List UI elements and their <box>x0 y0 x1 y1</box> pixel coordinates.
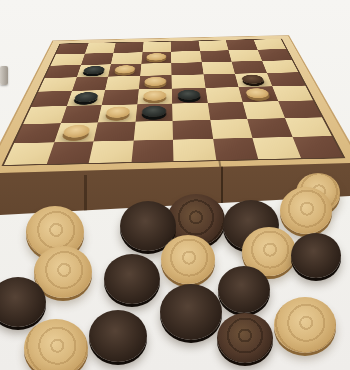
square-h1[interactable] <box>253 39 286 50</box>
square-b6[interactable] <box>61 105 102 123</box>
square-f5[interactable] <box>205 87 242 103</box>
square-f6[interactable] <box>207 102 247 120</box>
square-f2[interactable] <box>200 50 232 62</box>
checker-piece-brown[interactable] <box>241 75 265 84</box>
square-c2[interactable] <box>111 52 142 64</box>
pile-piece-light[interactable] <box>24 319 88 370</box>
square-d7[interactable] <box>133 121 173 141</box>
square-b4[interactable] <box>72 77 108 91</box>
pile-piece-black[interactable] <box>160 284 222 340</box>
checker-piece-light[interactable] <box>144 77 166 86</box>
product-photo-scene <box>0 0 350 370</box>
checker-piece-dark[interactable] <box>178 90 201 100</box>
square-d3[interactable] <box>140 63 172 76</box>
checker-piece-dark[interactable] <box>142 106 166 118</box>
square-b5[interactable] <box>66 90 105 106</box>
checker-piece-light[interactable] <box>245 88 271 98</box>
square-c7[interactable] <box>94 121 136 141</box>
pile-piece-light[interactable] <box>274 297 336 353</box>
square-g2[interactable] <box>229 50 262 62</box>
square-g3[interactable] <box>232 61 267 74</box>
square-e4[interactable] <box>172 74 206 88</box>
square-h6[interactable] <box>278 100 322 118</box>
square-d4[interactable] <box>138 75 171 89</box>
square-a2[interactable] <box>51 54 85 66</box>
square-d6[interactable] <box>135 104 172 122</box>
square-c6[interactable] <box>98 104 137 122</box>
square-c8[interactable] <box>89 140 134 163</box>
square-a4[interactable] <box>38 77 76 91</box>
square-h8[interactable] <box>292 136 343 158</box>
square-c1[interactable] <box>113 42 143 53</box>
square-a3[interactable] <box>45 65 81 78</box>
square-e5[interactable] <box>172 88 208 104</box>
square-d2[interactable] <box>141 52 171 64</box>
square-h3[interactable] <box>262 60 299 73</box>
checker-piece-dark[interactable] <box>83 66 106 75</box>
pile-piece-brown[interactable] <box>217 313 273 363</box>
checker-piece-light[interactable] <box>114 65 136 74</box>
square-h5[interactable] <box>272 86 313 102</box>
square-g4[interactable] <box>235 73 272 87</box>
square-f8[interactable] <box>213 138 259 160</box>
square-b8[interactable] <box>46 141 93 164</box>
square-c3[interactable] <box>108 64 141 77</box>
checker-piece-light[interactable] <box>146 53 166 61</box>
square-e8[interactable] <box>173 139 216 161</box>
square-h7[interactable] <box>285 117 332 137</box>
square-f4[interactable] <box>203 74 238 88</box>
square-b2[interactable] <box>81 53 114 65</box>
square-a5[interactable] <box>31 91 72 107</box>
pile-piece-light[interactable] <box>161 235 215 284</box>
square-h2[interactable] <box>257 49 292 61</box>
square-e1[interactable] <box>171 41 200 52</box>
box-front-joint-shadow <box>84 175 87 215</box>
pile-piece-light[interactable] <box>280 187 332 234</box>
square-f7[interactable] <box>210 119 252 139</box>
checker-piece-light[interactable] <box>105 107 131 119</box>
checker-piece-light[interactable] <box>62 125 91 138</box>
square-b3[interactable] <box>76 64 110 77</box>
square-g1[interactable] <box>226 40 258 51</box>
square-f3[interactable] <box>201 61 234 74</box>
square-c5[interactable] <box>102 89 139 105</box>
square-d8[interactable] <box>131 140 173 163</box>
square-e7[interactable] <box>173 120 213 140</box>
pile-piece-black[interactable] <box>89 310 147 362</box>
square-c4[interactable] <box>105 76 140 90</box>
checker-piece-light[interactable] <box>143 90 166 100</box>
square-e3[interactable] <box>171 62 203 75</box>
square-h4[interactable] <box>267 72 306 86</box>
checkers-board-frame <box>0 35 350 174</box>
checkers-board <box>1 39 345 167</box>
square-d1[interactable] <box>142 42 171 53</box>
square-f1[interactable] <box>198 40 228 51</box>
square-e2[interactable] <box>171 51 201 63</box>
checker-piece-dark[interactable] <box>74 92 99 102</box>
pile-piece-black[interactable] <box>104 254 160 304</box>
square-e6[interactable] <box>172 103 210 121</box>
box-hinge-icon <box>0 66 8 85</box>
pile-piece-black[interactable] <box>291 233 341 278</box>
square-b7[interactable] <box>54 122 98 142</box>
square-b1[interactable] <box>85 43 116 54</box>
pile-piece-black[interactable] <box>218 266 270 313</box>
square-d5[interactable] <box>137 89 172 105</box>
